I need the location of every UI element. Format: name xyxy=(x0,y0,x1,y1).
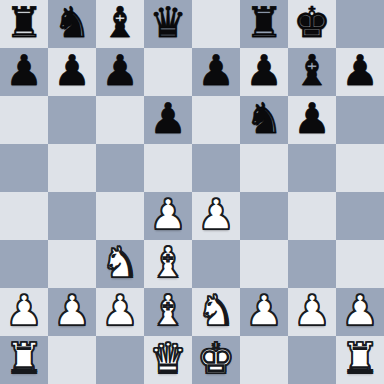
square-f5[interactable] xyxy=(240,144,288,192)
square-c3[interactable]: ♞ xyxy=(96,240,144,288)
square-d7[interactable] xyxy=(144,48,192,96)
piece-white-bishop[interactable]: ♝ xyxy=(149,288,187,335)
piece-black-pawn[interactable]: ♟ xyxy=(245,48,283,95)
piece-black-rook[interactable]: ♜ xyxy=(5,0,43,47)
square-a1[interactable]: ♜ xyxy=(0,336,48,384)
square-b8[interactable]: ♞ xyxy=(48,0,96,48)
piece-white-queen[interactable]: ♛ xyxy=(149,336,187,383)
square-a3[interactable] xyxy=(0,240,48,288)
square-h5[interactable] xyxy=(336,144,384,192)
square-g2[interactable]: ♟ xyxy=(288,288,336,336)
piece-black-knight[interactable]: ♞ xyxy=(53,0,91,47)
square-f4[interactable] xyxy=(240,192,288,240)
square-h8[interactable] xyxy=(336,0,384,48)
square-f3[interactable] xyxy=(240,240,288,288)
piece-black-pawn[interactable]: ♟ xyxy=(101,48,139,95)
square-g7[interactable]: ♝ xyxy=(288,48,336,96)
square-c2[interactable]: ♟ xyxy=(96,288,144,336)
square-h1[interactable]: ♜ xyxy=(336,336,384,384)
piece-white-bishop[interactable]: ♝ xyxy=(149,240,187,287)
square-e4[interactable]: ♟ xyxy=(192,192,240,240)
square-f2[interactable]: ♟ xyxy=(240,288,288,336)
square-b3[interactable] xyxy=(48,240,96,288)
square-f1[interactable] xyxy=(240,336,288,384)
piece-white-pawn[interactable]: ♟ xyxy=(293,288,331,335)
square-b4[interactable] xyxy=(48,192,96,240)
piece-white-knight[interactable]: ♞ xyxy=(197,288,235,335)
square-a6[interactable] xyxy=(0,96,48,144)
square-h4[interactable] xyxy=(336,192,384,240)
square-h2[interactable]: ♟ xyxy=(336,288,384,336)
piece-white-pawn[interactable]: ♟ xyxy=(5,288,43,335)
piece-white-pawn[interactable]: ♟ xyxy=(245,288,283,335)
square-b2[interactable]: ♟ xyxy=(48,288,96,336)
square-d8[interactable]: ♛ xyxy=(144,0,192,48)
square-b5[interactable] xyxy=(48,144,96,192)
square-a7[interactable]: ♟ xyxy=(0,48,48,96)
square-e1[interactable]: ♚ xyxy=(192,336,240,384)
square-a4[interactable] xyxy=(0,192,48,240)
square-e5[interactable] xyxy=(192,144,240,192)
square-c8[interactable]: ♝ xyxy=(96,0,144,48)
piece-black-queen[interactable]: ♛ xyxy=(149,0,187,47)
piece-black-bishop[interactable]: ♝ xyxy=(101,0,139,47)
square-a5[interactable] xyxy=(0,144,48,192)
piece-black-rook[interactable]: ♜ xyxy=(245,0,283,47)
piece-black-king[interactable]: ♚ xyxy=(293,0,331,47)
square-g6[interactable]: ♟ xyxy=(288,96,336,144)
square-f7[interactable]: ♟ xyxy=(240,48,288,96)
square-d1[interactable]: ♛ xyxy=(144,336,192,384)
square-d2[interactable]: ♝ xyxy=(144,288,192,336)
piece-black-pawn[interactable]: ♟ xyxy=(149,96,187,143)
piece-white-pawn[interactable]: ♟ xyxy=(101,288,139,335)
square-g3[interactable] xyxy=(288,240,336,288)
square-e6[interactable] xyxy=(192,96,240,144)
piece-white-rook[interactable]: ♜ xyxy=(5,336,43,383)
square-h6[interactable] xyxy=(336,96,384,144)
square-c4[interactable] xyxy=(96,192,144,240)
square-c6[interactable] xyxy=(96,96,144,144)
piece-black-pawn[interactable]: ♟ xyxy=(53,48,91,95)
square-e3[interactable] xyxy=(192,240,240,288)
square-g4[interactable] xyxy=(288,192,336,240)
square-f6[interactable]: ♞ xyxy=(240,96,288,144)
piece-white-knight[interactable]: ♞ xyxy=(101,240,139,287)
square-e8[interactable] xyxy=(192,0,240,48)
square-c1[interactable] xyxy=(96,336,144,384)
square-e2[interactable]: ♞ xyxy=(192,288,240,336)
square-a8[interactable]: ♜ xyxy=(0,0,48,48)
piece-black-pawn[interactable]: ♟ xyxy=(293,96,331,143)
square-b6[interactable] xyxy=(48,96,96,144)
square-a2[interactable]: ♟ xyxy=(0,288,48,336)
piece-white-pawn[interactable]: ♟ xyxy=(341,288,379,335)
piece-white-rook[interactable]: ♜ xyxy=(341,336,379,383)
square-g8[interactable]: ♚ xyxy=(288,0,336,48)
square-d4[interactable]: ♟ xyxy=(144,192,192,240)
piece-black-pawn[interactable]: ♟ xyxy=(197,48,235,95)
square-d5[interactable] xyxy=(144,144,192,192)
piece-black-knight[interactable]: ♞ xyxy=(245,96,283,143)
square-g1[interactable] xyxy=(288,336,336,384)
piece-white-pawn[interactable]: ♟ xyxy=(149,192,187,239)
square-b7[interactable]: ♟ xyxy=(48,48,96,96)
square-f8[interactable]: ♜ xyxy=(240,0,288,48)
square-g5[interactable] xyxy=(288,144,336,192)
square-c5[interactable] xyxy=(96,144,144,192)
square-h3[interactable] xyxy=(336,240,384,288)
piece-white-pawn[interactable]: ♟ xyxy=(197,192,235,239)
square-h7[interactable]: ♟ xyxy=(336,48,384,96)
piece-white-king[interactable]: ♚ xyxy=(197,336,235,383)
square-d3[interactable]: ♝ xyxy=(144,240,192,288)
piece-black-bishop[interactable]: ♝ xyxy=(293,48,331,95)
chess-board[interactable]: ♜♞♝♛♜♚♟♟♟♟♟♝♟♟♞♟♟♟♞♝♟♟♟♝♞♟♟♟♜♛♚♜ xyxy=(0,0,384,384)
piece-black-pawn[interactable]: ♟ xyxy=(341,48,379,95)
square-c7[interactable]: ♟ xyxy=(96,48,144,96)
square-d6[interactable]: ♟ xyxy=(144,96,192,144)
square-e7[interactable]: ♟ xyxy=(192,48,240,96)
piece-black-pawn[interactable]: ♟ xyxy=(5,48,43,95)
piece-white-pawn[interactable]: ♟ xyxy=(53,288,91,335)
square-b1[interactable] xyxy=(48,336,96,384)
